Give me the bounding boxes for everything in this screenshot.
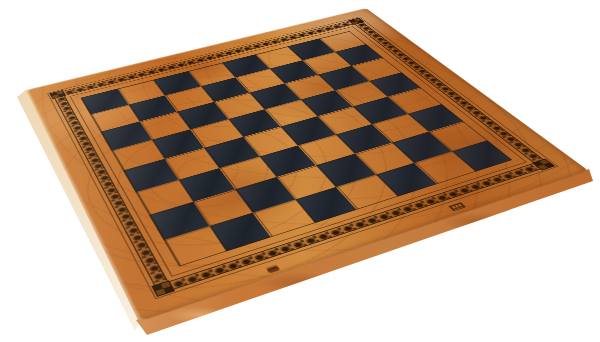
- map-print-barrel-motif: [265, 264, 280, 273]
- playing-field: [80, 31, 512, 267]
- board-top-face: [26, 8, 589, 322]
- photo-canvas: [0, 0, 600, 342]
- chessboard: [26, 8, 589, 322]
- map-print-scalebar-motif: [448, 202, 466, 211]
